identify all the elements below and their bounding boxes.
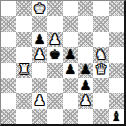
square-h5[interactable] bbox=[109, 47, 124, 62]
chess-board: ♚♟♟♟♚♟♞♜♟♟♛♟♟♟♝ bbox=[0, 0, 126, 126]
square-h1[interactable]: ♝ bbox=[109, 109, 124, 124]
black-pawn: ♟ bbox=[80, 78, 92, 92]
square-h7[interactable] bbox=[109, 16, 124, 31]
square-c2[interactable]: ♟ bbox=[32, 93, 47, 108]
black-pawn: ♟ bbox=[33, 32, 45, 46]
square-c5[interactable]: ♟ bbox=[32, 47, 47, 62]
square-b2[interactable] bbox=[16, 93, 31, 108]
square-d4[interactable] bbox=[47, 63, 62, 78]
white-knight: ♞ bbox=[95, 48, 107, 62]
square-e1[interactable] bbox=[63, 109, 78, 124]
square-e4[interactable]: ♟ bbox=[63, 63, 78, 78]
square-c3[interactable] bbox=[32, 78, 47, 93]
square-e2[interactable] bbox=[63, 93, 78, 108]
square-b6[interactable] bbox=[16, 32, 31, 47]
square-h3[interactable] bbox=[109, 78, 124, 93]
square-g8[interactable] bbox=[93, 1, 108, 16]
square-f2[interactable]: ♟ bbox=[78, 93, 93, 108]
black-pawn: ♟ bbox=[64, 63, 76, 77]
square-h8[interactable] bbox=[109, 1, 124, 16]
square-d8[interactable] bbox=[47, 1, 62, 16]
square-c6[interactable]: ♟ bbox=[32, 32, 47, 47]
square-a3[interactable] bbox=[1, 78, 16, 93]
square-g7[interactable] bbox=[93, 16, 108, 31]
square-c4[interactable] bbox=[32, 63, 47, 78]
square-f1[interactable] bbox=[78, 109, 93, 124]
white-pawn: ♟ bbox=[49, 32, 61, 46]
square-a6[interactable] bbox=[1, 32, 16, 47]
square-g3[interactable] bbox=[93, 78, 108, 93]
square-f4[interactable]: ♟ bbox=[78, 63, 93, 78]
square-b3[interactable] bbox=[16, 78, 31, 93]
square-b1[interactable] bbox=[16, 109, 31, 124]
white-pawn: ♟ bbox=[33, 94, 45, 108]
square-d1[interactable] bbox=[47, 109, 62, 124]
square-f3[interactable]: ♟ bbox=[78, 78, 93, 93]
square-d5[interactable]: ♚ bbox=[47, 47, 62, 62]
square-b8[interactable] bbox=[16, 1, 31, 16]
square-c8[interactable]: ♚ bbox=[32, 1, 47, 16]
square-d7[interactable] bbox=[47, 16, 62, 31]
white-rook: ♜ bbox=[18, 63, 30, 77]
square-a7[interactable] bbox=[1, 16, 16, 31]
white-king: ♚ bbox=[33, 1, 45, 15]
square-c1[interactable] bbox=[32, 109, 47, 124]
white-pawn: ♟ bbox=[33, 48, 45, 62]
square-e7[interactable] bbox=[63, 16, 78, 31]
square-g5[interactable]: ♞ bbox=[93, 47, 108, 62]
square-b4[interactable]: ♜ bbox=[16, 63, 31, 78]
black-bishop: ♝ bbox=[110, 109, 122, 123]
square-d3[interactable] bbox=[47, 78, 62, 93]
square-d2[interactable] bbox=[47, 93, 62, 108]
square-f5[interactable] bbox=[78, 47, 93, 62]
square-e3[interactable] bbox=[63, 78, 78, 93]
square-b5[interactable] bbox=[16, 47, 31, 62]
square-e5[interactable]: ♟ bbox=[63, 47, 78, 62]
white-queen: ♛ bbox=[95, 63, 107, 77]
square-a2[interactable] bbox=[1, 93, 16, 108]
square-a5[interactable] bbox=[1, 47, 16, 62]
square-g4[interactable]: ♛ bbox=[93, 63, 108, 78]
square-g2[interactable] bbox=[93, 93, 108, 108]
square-f7[interactable] bbox=[78, 16, 93, 31]
square-f8[interactable] bbox=[78, 1, 93, 16]
square-h2[interactable] bbox=[109, 93, 124, 108]
square-c7[interactable] bbox=[32, 16, 47, 31]
black-pawn: ♟ bbox=[64, 48, 76, 62]
square-d6[interactable]: ♟ bbox=[47, 32, 62, 47]
square-b7[interactable] bbox=[16, 16, 31, 31]
square-a4[interactable] bbox=[1, 63, 16, 78]
square-h6[interactable] bbox=[109, 32, 124, 47]
black-king: ♚ bbox=[49, 48, 61, 62]
square-e6[interactable] bbox=[63, 32, 78, 47]
black-pawn: ♟ bbox=[80, 63, 92, 77]
square-f6[interactable] bbox=[78, 32, 93, 47]
square-a8[interactable] bbox=[1, 1, 16, 16]
square-h4[interactable] bbox=[109, 63, 124, 78]
white-pawn: ♟ bbox=[80, 94, 92, 108]
square-a1[interactable] bbox=[1, 109, 16, 124]
square-g1[interactable] bbox=[93, 109, 108, 124]
square-e8[interactable] bbox=[63, 1, 78, 16]
square-g6[interactable] bbox=[93, 32, 108, 47]
